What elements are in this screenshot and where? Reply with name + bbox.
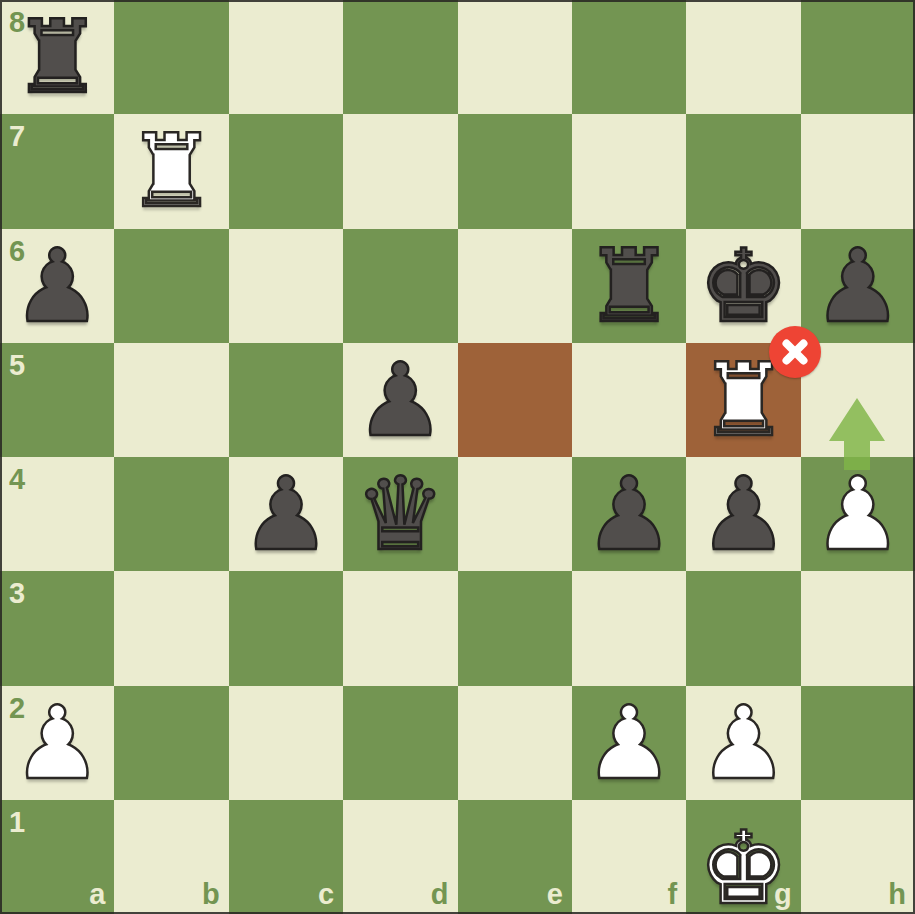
- square-a6[interactable]: 6♟: [0, 229, 114, 343]
- square-d2[interactable]: [343, 686, 457, 800]
- file-label-h: h: [888, 880, 906, 909]
- square-g8[interactable]: [686, 0, 800, 114]
- square-g4[interactable]: ♟: [686, 457, 800, 571]
- square-d3[interactable]: [343, 571, 457, 685]
- square-f7[interactable]: [572, 114, 686, 228]
- square-f1[interactable]: f: [572, 800, 686, 914]
- white-rook[interactable]: ♜: [114, 114, 228, 228]
- square-f3[interactable]: [572, 571, 686, 685]
- rank-label-4: 4: [9, 465, 25, 494]
- square-c1[interactable]: c: [229, 800, 343, 914]
- black-queen[interactable]: ♛: [343, 457, 457, 571]
- square-g2[interactable]: ♟: [686, 686, 800, 800]
- square-b2[interactable]: [114, 686, 228, 800]
- square-b5[interactable]: [114, 343, 228, 457]
- square-h8[interactable]: [801, 0, 915, 114]
- square-d8[interactable]: [343, 0, 457, 114]
- rank-label-3: 3: [9, 579, 25, 608]
- square-d7[interactable]: [343, 114, 457, 228]
- square-f2[interactable]: ♟: [572, 686, 686, 800]
- chess-board: 8♜7♜6♟♜♚♟5♟♜4♟♛♟♟♟32♟♟♟1abcdefg♚h: [0, 0, 915, 914]
- square-c4[interactable]: ♟: [229, 457, 343, 571]
- square-e7[interactable]: [458, 114, 572, 228]
- square-h3[interactable]: [801, 571, 915, 685]
- square-a7[interactable]: 7: [0, 114, 114, 228]
- square-c2[interactable]: [229, 686, 343, 800]
- square-h1[interactable]: h: [801, 800, 915, 914]
- square-e1[interactable]: e: [458, 800, 572, 914]
- black-pawn[interactable]: ♟: [686, 457, 800, 571]
- square-d4[interactable]: ♛: [343, 457, 457, 571]
- square-a2[interactable]: 2♟: [0, 686, 114, 800]
- square-a4[interactable]: 4: [0, 457, 114, 571]
- white-king[interactable]: ♚: [686, 811, 800, 914]
- square-e3[interactable]: [458, 571, 572, 685]
- square-g1[interactable]: g♚: [686, 800, 800, 914]
- square-a5[interactable]: 5: [0, 343, 114, 457]
- black-pawn[interactable]: ♟: [0, 229, 114, 343]
- square-g3[interactable]: [686, 571, 800, 685]
- square-a1[interactable]: 1a: [0, 800, 114, 914]
- file-label-d: d: [431, 880, 449, 909]
- file-label-f: f: [668, 880, 678, 909]
- square-b7[interactable]: ♜: [114, 114, 228, 228]
- square-c6[interactable]: [229, 229, 343, 343]
- square-a8[interactable]: 8♜: [0, 0, 114, 114]
- square-c5[interactable]: [229, 343, 343, 457]
- white-pawn[interactable]: ♟: [572, 686, 686, 800]
- square-d5[interactable]: ♟: [343, 343, 457, 457]
- square-h2[interactable]: [801, 686, 915, 800]
- black-rook[interactable]: ♜: [0, 0, 114, 114]
- white-pawn[interactable]: ♟: [0, 686, 114, 800]
- square-b4[interactable]: [114, 457, 228, 571]
- square-d1[interactable]: d: [343, 800, 457, 914]
- square-e8[interactable]: [458, 0, 572, 114]
- black-pawn[interactable]: ♟: [572, 457, 686, 571]
- square-g7[interactable]: [686, 114, 800, 228]
- file-label-a: a: [89, 880, 105, 909]
- square-e4[interactable]: [458, 457, 572, 571]
- square-e5[interactable]: [458, 343, 572, 457]
- rank-label-1: 1: [9, 808, 25, 837]
- square-b6[interactable]: [114, 229, 228, 343]
- black-pawn[interactable]: ♟: [229, 457, 343, 571]
- square-b1[interactable]: b: [114, 800, 228, 914]
- square-g6[interactable]: ♚: [686, 229, 800, 343]
- square-h7[interactable]: [801, 114, 915, 228]
- square-b8[interactable]: [114, 0, 228, 114]
- white-pawn[interactable]: ♟: [801, 457, 915, 571]
- square-f4[interactable]: ♟: [572, 457, 686, 571]
- black-king[interactable]: ♚: [686, 229, 800, 343]
- black-pawn[interactable]: ♟: [801, 229, 915, 343]
- file-label-e: e: [547, 880, 563, 909]
- black-pawn[interactable]: ♟: [343, 343, 457, 457]
- square-f8[interactable]: [572, 0, 686, 114]
- file-label-c: c: [318, 880, 334, 909]
- white-pawn[interactable]: ♟: [686, 686, 800, 800]
- square-e2[interactable]: [458, 686, 572, 800]
- square-e6[interactable]: [458, 229, 572, 343]
- square-b3[interactable]: [114, 571, 228, 685]
- black-rook[interactable]: ♜: [572, 229, 686, 343]
- square-c7[interactable]: [229, 114, 343, 228]
- square-h6[interactable]: ♟: [801, 229, 915, 343]
- square-f5[interactable]: [572, 343, 686, 457]
- square-a3[interactable]: 3: [0, 571, 114, 685]
- square-c3[interactable]: [229, 571, 343, 685]
- square-d6[interactable]: [343, 229, 457, 343]
- square-f6[interactable]: ♜: [572, 229, 686, 343]
- rank-label-5: 5: [9, 351, 25, 380]
- square-c8[interactable]: [229, 0, 343, 114]
- rank-label-7: 7: [9, 122, 25, 151]
- file-label-b: b: [202, 880, 220, 909]
- red-x-icon: [769, 326, 821, 378]
- square-h4[interactable]: ♟: [801, 457, 915, 571]
